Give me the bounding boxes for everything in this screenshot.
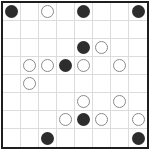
cell-r4c3[interactable] <box>39 57 57 75</box>
cell-r3c6[interactable] <box>93 39 111 57</box>
cell-r2c4[interactable] <box>57 21 75 39</box>
cell-r2c1[interactable] <box>3 21 21 39</box>
cell-r1c6[interactable] <box>93 3 111 21</box>
black-pearl <box>77 41 90 54</box>
cell-r3c1[interactable] <box>3 39 21 57</box>
cell-r5c2[interactable] <box>21 75 39 93</box>
cell-r6c1[interactable] <box>3 93 21 111</box>
white-pearl <box>23 59 36 72</box>
cell-r7c8[interactable] <box>129 111 147 129</box>
cell-r2c2[interactable] <box>21 21 39 39</box>
masyu-board <box>1 1 149 149</box>
cell-r6c2[interactable] <box>21 93 39 111</box>
cell-r7c4[interactable] <box>57 111 75 129</box>
cell-r5c6[interactable] <box>93 75 111 93</box>
white-pearl <box>113 59 126 72</box>
black-pearl <box>41 132 54 145</box>
cell-r4c7[interactable] <box>111 57 129 75</box>
black-pearl <box>59 59 72 72</box>
white-pearl <box>95 113 108 126</box>
cell-r5c4[interactable] <box>57 75 75 93</box>
cell-r8c7[interactable] <box>111 129 129 147</box>
black-pearl <box>77 113 90 126</box>
cell-r1c2[interactable] <box>21 3 39 21</box>
cell-r6c3[interactable] <box>39 93 57 111</box>
cell-r2c3[interactable] <box>39 21 57 39</box>
cell-r4c8[interactable] <box>129 57 147 75</box>
cell-r3c3[interactable] <box>39 39 57 57</box>
cell-r2c5[interactable] <box>75 21 93 39</box>
cell-r5c3[interactable] <box>39 75 57 93</box>
black-pearl <box>77 5 90 18</box>
white-pearl <box>59 113 72 126</box>
cell-r5c8[interactable] <box>129 75 147 93</box>
cell-r8c4[interactable] <box>57 129 75 147</box>
cell-r3c8[interactable] <box>129 39 147 57</box>
white-pearl <box>132 113 145 126</box>
cell-r8c5[interactable] <box>75 129 93 147</box>
cell-r5c7[interactable] <box>111 75 129 93</box>
cell-r1c3[interactable] <box>39 3 57 21</box>
cell-r1c1[interactable] <box>3 3 21 21</box>
cell-r8c8[interactable] <box>129 129 147 147</box>
cell-r3c4[interactable] <box>57 39 75 57</box>
cell-r1c4[interactable] <box>57 3 75 21</box>
cell-r4c6[interactable] <box>93 57 111 75</box>
cell-r3c5[interactable] <box>75 39 93 57</box>
cell-r7c6[interactable] <box>93 111 111 129</box>
cell-r7c2[interactable] <box>21 111 39 129</box>
cell-r1c5[interactable] <box>75 3 93 21</box>
cell-r6c7[interactable] <box>111 93 129 111</box>
white-pearl <box>41 59 54 72</box>
white-pearl <box>41 5 54 18</box>
cell-r7c7[interactable] <box>111 111 129 129</box>
cell-r3c2[interactable] <box>21 39 39 57</box>
masyu-grid <box>3 3 147 147</box>
white-pearl <box>113 95 126 108</box>
cell-r6c5[interactable] <box>75 93 93 111</box>
cell-r6c8[interactable] <box>129 93 147 111</box>
cell-r8c2[interactable] <box>21 129 39 147</box>
cell-r7c3[interactable] <box>39 111 57 129</box>
cell-r8c3[interactable] <box>39 129 57 147</box>
white-pearl <box>23 77 36 90</box>
cell-r4c2[interactable] <box>21 57 39 75</box>
cell-r1c7[interactable] <box>111 3 129 21</box>
cell-r6c6[interactable] <box>93 93 111 111</box>
cell-r1c8[interactable] <box>129 3 147 21</box>
cell-r5c5[interactable] <box>75 75 93 93</box>
cell-r2c8[interactable] <box>129 21 147 39</box>
black-pearl <box>132 5 145 18</box>
cell-r4c5[interactable] <box>75 57 93 75</box>
white-pearl <box>77 59 90 72</box>
cell-r8c1[interactable] <box>3 129 21 147</box>
cell-r2c6[interactable] <box>93 21 111 39</box>
white-pearl <box>95 41 108 54</box>
white-pearl <box>77 95 90 108</box>
cell-r3c7[interactable] <box>111 39 129 57</box>
cell-r5c1[interactable] <box>3 75 21 93</box>
cell-r8c6[interactable] <box>93 129 111 147</box>
cell-r4c1[interactable] <box>3 57 21 75</box>
black-pearl <box>132 132 145 145</box>
cell-r6c4[interactable] <box>57 93 75 111</box>
black-pearl <box>5 5 18 18</box>
cell-r7c5[interactable] <box>75 111 93 129</box>
cell-r7c1[interactable] <box>3 111 21 129</box>
cell-r4c4[interactable] <box>57 57 75 75</box>
cell-r2c7[interactable] <box>111 21 129 39</box>
